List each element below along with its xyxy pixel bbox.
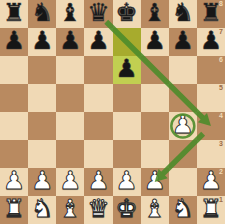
- square-d8[interactable]: ♛: [84, 0, 112, 28]
- black-pawn[interactable]: ♟: [59, 27, 81, 55]
- black-pawn[interactable]: ♟: [31, 27, 53, 55]
- square-f8[interactable]: ♝: [141, 0, 169, 28]
- white-queen[interactable]: ♛: [87, 195, 109, 223]
- square-c6[interactable]: [56, 56, 84, 84]
- square-h3[interactable]: 3: [197, 140, 225, 168]
- black-king[interactable]: ♚: [115, 0, 137, 27]
- black-knight[interactable]: ♞: [31, 0, 53, 27]
- white-knight[interactable]: ♞: [172, 195, 194, 223]
- square-d7[interactable]: ♟: [84, 28, 112, 56]
- square-b5[interactable]: [28, 84, 56, 112]
- white-bishop[interactable]: ♝: [143, 195, 165, 223]
- white-knight[interactable]: ♞: [31, 195, 53, 223]
- square-f5[interactable]: [141, 84, 169, 112]
- white-pawn[interactable]: ♟: [59, 167, 81, 195]
- square-f6[interactable]: [141, 56, 169, 84]
- black-pawn[interactable]: ♟: [115, 55, 137, 83]
- white-pawn[interactable]: ♟: [31, 167, 53, 195]
- square-f7[interactable]: ♟: [141, 28, 169, 56]
- square-f2[interactable]: ♟: [141, 168, 169, 196]
- square-h5[interactable]: 5: [197, 84, 225, 112]
- square-e7[interactable]: [113, 28, 141, 56]
- white-pawn[interactable]: ♟: [143, 167, 165, 195]
- square-c8[interactable]: ♝: [56, 0, 84, 28]
- square-d2[interactable]: ♟: [84, 168, 112, 196]
- square-h6[interactable]: 6: [197, 56, 225, 84]
- square-d1[interactable]: ♛: [84, 196, 112, 224]
- square-g8[interactable]: ♞: [169, 0, 197, 28]
- black-pawn[interactable]: ♟: [87, 27, 109, 55]
- white-pawn[interactable]: ♟: [3, 167, 25, 195]
- rank-label-2: 2: [219, 168, 223, 176]
- rank-label-4: 4: [219, 112, 223, 120]
- rank-label-5: 5: [219, 84, 223, 92]
- square-c4[interactable]: [56, 112, 84, 140]
- chess-board-container: ♜♞♝♛♚♝♞♜8♟♟♟♟♟♟♟7♟65♟43♟♟♟♟♟♟♟2♜♞♝♛♚♝♞♜1: [0, 0, 225, 224]
- square-g7[interactable]: ♟: [169, 28, 197, 56]
- square-d4[interactable]: [84, 112, 112, 140]
- rank-label-3: 3: [219, 140, 223, 148]
- square-e3[interactable]: [113, 140, 141, 168]
- square-g5[interactable]: [169, 84, 197, 112]
- square-e2[interactable]: ♟: [113, 168, 141, 196]
- square-g3[interactable]: [169, 140, 197, 168]
- square-b6[interactable]: [28, 56, 56, 84]
- black-pawn[interactable]: ♟: [3, 27, 25, 55]
- chess-board: ♜♞♝♛♚♝♞♜8♟♟♟♟♟♟♟7♟65♟43♟♟♟♟♟♟♟2♜♞♝♛♚♝♞♜1: [0, 0, 225, 224]
- square-e1[interactable]: ♚: [113, 196, 141, 224]
- white-king[interactable]: ♚: [115, 195, 137, 223]
- square-b7[interactable]: ♟: [28, 28, 56, 56]
- square-a8[interactable]: ♜: [0, 0, 28, 28]
- square-h2[interactable]: ♟2: [197, 168, 225, 196]
- square-d6[interactable]: [84, 56, 112, 84]
- rank-label-7: 7: [219, 28, 223, 36]
- square-e4[interactable]: [113, 112, 141, 140]
- square-e8[interactable]: ♚: [113, 0, 141, 28]
- square-a2[interactable]: ♟: [0, 168, 28, 196]
- square-b8[interactable]: ♞: [28, 0, 56, 28]
- square-c7[interactable]: ♟: [56, 28, 84, 56]
- square-b4[interactable]: [28, 112, 56, 140]
- square-a4[interactable]: [0, 112, 28, 140]
- square-d3[interactable]: [84, 140, 112, 168]
- square-d5[interactable]: [84, 84, 112, 112]
- square-f1[interactable]: ♝: [141, 196, 169, 224]
- square-e5[interactable]: [113, 84, 141, 112]
- rank-label-8: 8: [219, 0, 223, 8]
- square-c5[interactable]: [56, 84, 84, 112]
- black-queen[interactable]: ♛: [87, 0, 109, 27]
- white-rook[interactable]: ♜: [3, 195, 25, 223]
- square-f3[interactable]: [141, 140, 169, 168]
- square-h4[interactable]: 4: [197, 112, 225, 140]
- square-b3[interactable]: [28, 140, 56, 168]
- white-pawn[interactable]: ♟: [115, 167, 137, 195]
- square-g1[interactable]: ♞: [169, 196, 197, 224]
- square-a6[interactable]: [0, 56, 28, 84]
- black-rook[interactable]: ♜: [3, 0, 25, 27]
- rank-label-1: 1: [219, 196, 223, 204]
- black-bishop[interactable]: ♝: [143, 0, 165, 27]
- black-knight[interactable]: ♞: [172, 0, 194, 27]
- rank-label-6: 6: [219, 56, 223, 64]
- square-h1[interactable]: ♜1: [197, 196, 225, 224]
- square-h7[interactable]: ♟7: [197, 28, 225, 56]
- square-e6[interactable]: ♟: [113, 56, 141, 84]
- square-a3[interactable]: [0, 140, 28, 168]
- black-pawn[interactable]: ♟: [143, 27, 165, 55]
- square-a1[interactable]: ♜: [0, 196, 28, 224]
- square-c2[interactable]: ♟: [56, 168, 84, 196]
- white-pawn[interactable]: ♟: [172, 111, 194, 139]
- black-bishop[interactable]: ♝: [59, 0, 81, 27]
- square-b2[interactable]: ♟: [28, 168, 56, 196]
- white-bishop[interactable]: ♝: [59, 195, 81, 223]
- white-pawn[interactable]: ♟: [87, 167, 109, 195]
- square-c3[interactable]: [56, 140, 84, 168]
- square-g2[interactable]: [169, 168, 197, 196]
- square-f4[interactable]: [141, 112, 169, 140]
- black-pawn[interactable]: ♟: [172, 27, 194, 55]
- square-b1[interactable]: ♞: [28, 196, 56, 224]
- square-g6[interactable]: [169, 56, 197, 84]
- square-g4[interactable]: ♟: [169, 112, 197, 140]
- square-h8[interactable]: ♜8: [197, 0, 225, 28]
- square-c1[interactable]: ♝: [56, 196, 84, 224]
- square-a5[interactable]: [0, 84, 28, 112]
- square-a7[interactable]: ♟: [0, 28, 28, 56]
